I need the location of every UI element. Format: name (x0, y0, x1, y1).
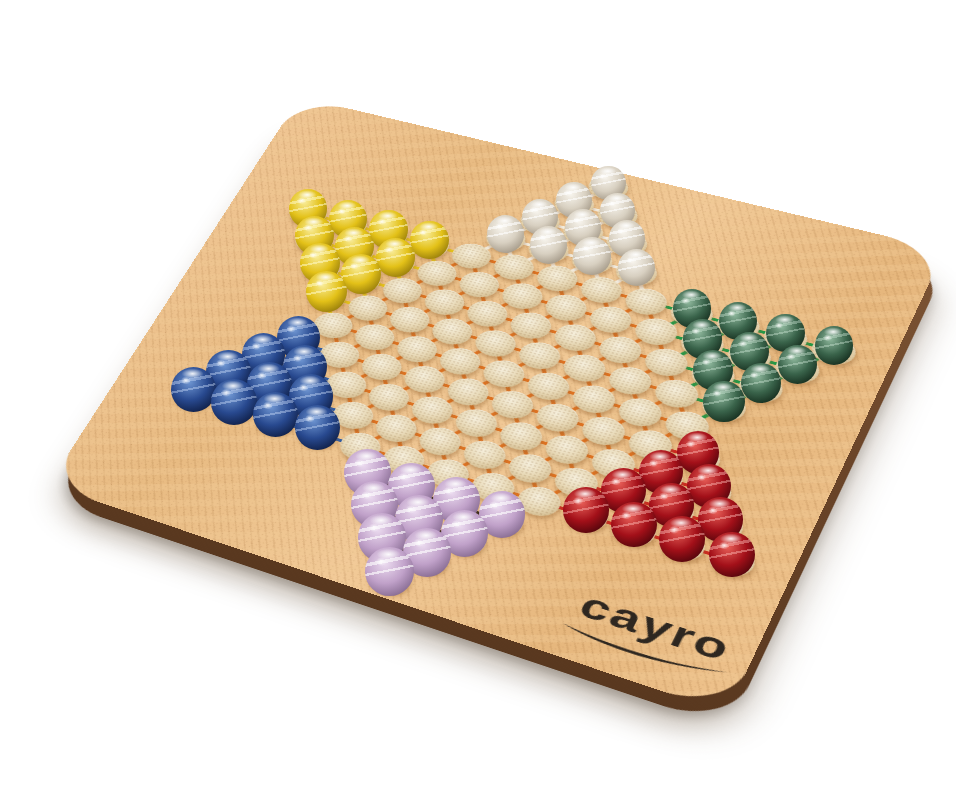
marble-yellow[interactable] (410, 221, 448, 259)
marble-red[interactable] (659, 516, 705, 562)
marble-clear[interactable] (618, 249, 655, 286)
marble-red[interactable] (709, 532, 755, 578)
marble-yellow[interactable] (376, 238, 415, 277)
marble-blue[interactable] (211, 379, 257, 425)
marble-clear[interactable] (573, 237, 610, 274)
product-photo-scene: cayro (0, 0, 956, 800)
marble-purple[interactable] (365, 547, 414, 596)
marble-green[interactable] (703, 381, 744, 422)
marble-clear[interactable] (487, 215, 524, 252)
marble-green[interactable] (778, 345, 817, 384)
marble-yellow[interactable] (306, 271, 347, 312)
marble-red[interactable] (563, 487, 609, 533)
marble-clear[interactable] (530, 226, 567, 263)
marble-green[interactable] (741, 363, 781, 403)
marble-red[interactable] (611, 502, 657, 548)
marble-green[interactable] (815, 326, 853, 364)
